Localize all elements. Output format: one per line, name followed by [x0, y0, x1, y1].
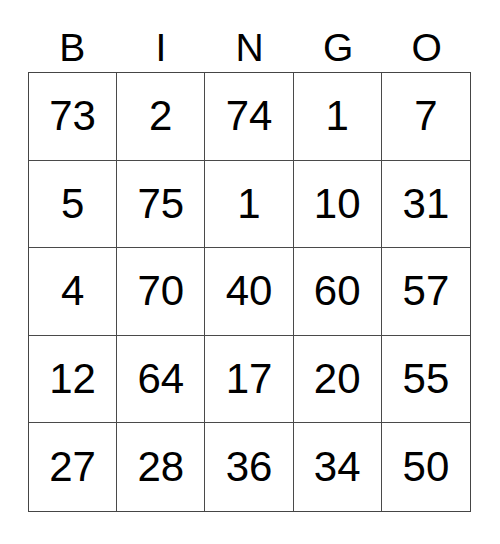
bingo-cell[interactable]: 36 [205, 423, 293, 511]
bingo-cell[interactable]: 7 [382, 73, 470, 161]
bingo-cell[interactable]: 27 [29, 423, 117, 511]
header-letter-g: G [294, 0, 383, 72]
header-letter-n: N [205, 0, 294, 72]
bingo-cell[interactable]: 1 [205, 161, 293, 249]
bingo-cell[interactable]: 5 [29, 161, 117, 249]
header-letter-b: B [28, 0, 117, 72]
bingo-header: B I N G O [28, 0, 471, 72]
bingo-cell[interactable]: 74 [205, 73, 293, 161]
bingo-cell[interactable]: 40 [205, 248, 293, 336]
bingo-cell[interactable]: 1 [294, 73, 382, 161]
bingo-cell[interactable]: 73 [29, 73, 117, 161]
bingo-cell[interactable]: 70 [117, 248, 205, 336]
bingo-cell[interactable]: 34 [294, 423, 382, 511]
bingo-cell[interactable]: 20 [294, 336, 382, 424]
header-letter-i: I [117, 0, 206, 72]
bingo-grid: 73 2 74 1 7 5 75 1 10 31 4 70 40 60 57 1… [28, 72, 471, 512]
bingo-cell[interactable]: 10 [294, 161, 382, 249]
bingo-cell[interactable]: 4 [29, 248, 117, 336]
bingo-cell[interactable]: 50 [382, 423, 470, 511]
bingo-card: B I N G O 73 2 74 1 7 5 75 1 10 31 4 70 … [28, 0, 472, 513]
header-letter-o: O [382, 0, 471, 72]
bingo-cell[interactable]: 12 [29, 336, 117, 424]
bingo-cell[interactable]: 55 [382, 336, 470, 424]
bingo-cell[interactable]: 17 [205, 336, 293, 424]
bingo-cell[interactable]: 2 [117, 73, 205, 161]
bingo-cell[interactable]: 75 [117, 161, 205, 249]
bingo-cell[interactable]: 31 [382, 161, 470, 249]
bingo-cell[interactable]: 57 [382, 248, 470, 336]
bingo-cell[interactable]: 64 [117, 336, 205, 424]
bingo-cell[interactable]: 28 [117, 423, 205, 511]
bingo-cell[interactable]: 60 [294, 248, 382, 336]
